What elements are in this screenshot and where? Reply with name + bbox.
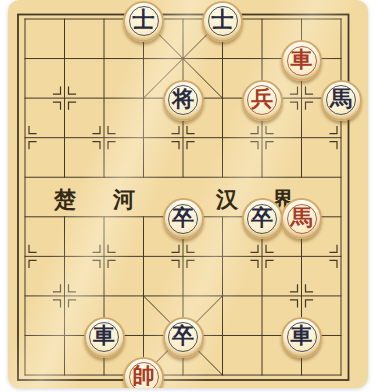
river-label-chu-he: 楚河 [54,186,172,212]
red-soldier-piece[interactable]: 兵 [242,80,283,121]
piece-glyph: 卒 [251,203,273,233]
piece-glyph: 士 [212,5,234,35]
piece-glyph: 帥 [133,361,155,388]
black-advisor-piece[interactable]: 士 [123,1,164,42]
black-general-piece[interactable]: 将 [163,80,204,121]
piece-glyph: 将 [172,84,194,114]
piece-glyph: 車 [291,321,313,351]
piece-glyph: 兵 [251,84,273,114]
black-soldier-piece[interactable]: 卒 [242,198,283,239]
black-advisor-piece[interactable]: 士 [202,1,243,42]
piece-glyph: 馬 [291,203,313,233]
black-chariot-piece[interactable]: 車 [84,317,125,358]
piece-glyph: 卒 [172,203,194,233]
black-chariot-piece[interactable]: 車 [281,317,322,358]
xiangqi-board[interactable]: 楚河 汉界 士士車将兵馬卒卒馬車卒車帥 [8,0,368,388]
black-soldier-piece[interactable]: 卒 [163,317,204,358]
black-horse-piece[interactable]: 馬 [321,80,362,121]
piece-glyph: 車 [291,45,313,75]
piece-glyph: 士 [133,5,155,35]
piece-glyph: 馬 [330,84,352,114]
page: { "game": "xiangqi", "position": "3a1a3/… [0,0,376,392]
piece-glyph: 車 [93,321,115,351]
red-chariot-piece[interactable]: 車 [281,40,322,81]
black-soldier-piece[interactable]: 卒 [163,198,204,239]
red-horse-piece[interactable]: 馬 [281,198,322,239]
piece-glyph: 卒 [172,321,194,351]
